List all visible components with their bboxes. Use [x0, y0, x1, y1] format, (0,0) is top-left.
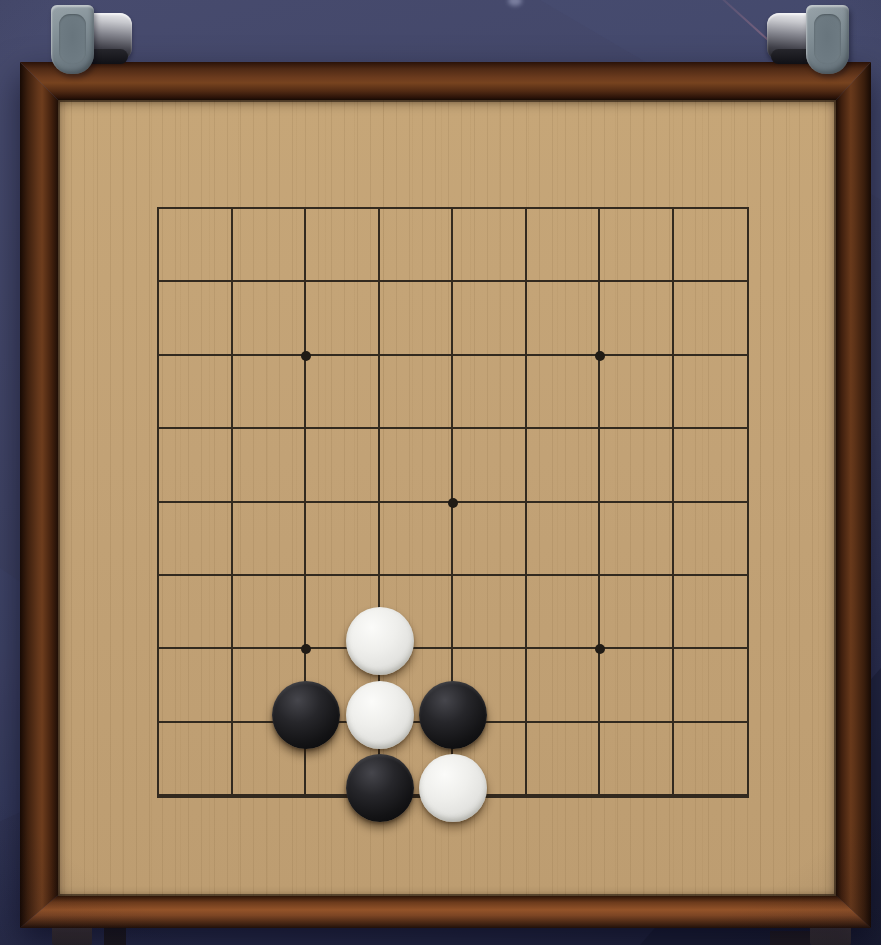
- grid-cell: [453, 209, 527, 282]
- clamp-plate-inset: [59, 14, 86, 64]
- grid-cell: [233, 209, 307, 282]
- grid-cell: [527, 576, 601, 649]
- frame-left: [20, 62, 58, 928]
- grid-cell: [159, 282, 233, 355]
- grid-cell: [306, 282, 380, 355]
- grid-cell: [674, 576, 748, 649]
- table-leg-shadow-left: [104, 928, 126, 945]
- grid-cell: [306, 429, 380, 502]
- grid-cell: [233, 503, 307, 576]
- grid-cell: [600, 723, 674, 796]
- grid-cell: [159, 723, 233, 796]
- grid-cell: [380, 356, 454, 429]
- grid-cell: [674, 723, 748, 796]
- grid-cell: [674, 282, 748, 355]
- goban-grid[interactable]: [157, 207, 749, 798]
- grid-cell: [453, 503, 527, 576]
- grid-cell: [600, 356, 674, 429]
- grid-cell: [674, 503, 748, 576]
- grid-cell: [674, 356, 748, 429]
- grid-cell: [380, 503, 454, 576]
- grid-cell: [453, 282, 527, 355]
- grid-cell: [306, 503, 380, 576]
- grid-cell: [600, 649, 674, 722]
- grid-cell: [380, 429, 454, 502]
- stone-white-E1[interactable]: [419, 754, 487, 822]
- grid-cell: [527, 209, 601, 282]
- clamp-lip: [771, 49, 809, 64]
- grid-cell: [159, 503, 233, 576]
- grid-cell: [159, 356, 233, 429]
- clamp-lip: [90, 49, 128, 64]
- grid-cell: [600, 282, 674, 355]
- grid-cell: [233, 282, 307, 355]
- grid-cell: [527, 356, 601, 429]
- frame-right: [836, 62, 871, 928]
- frame-bottom: [20, 895, 871, 928]
- grid-cell: [527, 282, 601, 355]
- stone-black-E2[interactable]: [419, 681, 487, 749]
- grid-cell: [159, 576, 233, 649]
- star-point: [301, 351, 311, 361]
- grid-cell: [233, 576, 307, 649]
- grid-cell: [600, 576, 674, 649]
- stone-white-D3[interactable]: [346, 607, 414, 675]
- grid-cell: [380, 282, 454, 355]
- grid-cell: [453, 576, 527, 649]
- star-point: [595, 351, 605, 361]
- grid-cell: [453, 356, 527, 429]
- grid-cell: [306, 356, 380, 429]
- grid-cell: [674, 209, 748, 282]
- clamp-plate: [806, 5, 849, 74]
- grid-cell: [233, 429, 307, 502]
- stone-black-C2[interactable]: [272, 681, 340, 749]
- frame-top: [20, 62, 871, 100]
- grid-cell: [527, 503, 601, 576]
- clamp-plate: [51, 5, 94, 74]
- clamp-top-right: [763, 2, 855, 78]
- grid-cell: [527, 723, 601, 796]
- grid-cell: [380, 209, 454, 282]
- star-point: [595, 644, 605, 654]
- clamp-top-left: [44, 2, 136, 78]
- stone-black-D1[interactable]: [346, 754, 414, 822]
- grid-cell: [527, 429, 601, 502]
- star-point: [301, 644, 311, 654]
- grid-cell: [159, 209, 233, 282]
- grid-cell: [600, 209, 674, 282]
- star-point: [448, 498, 458, 508]
- grid-cell: [159, 429, 233, 502]
- stone-white-D2[interactable]: [346, 681, 414, 749]
- grid-cell: [453, 429, 527, 502]
- table-scene: [0, 0, 881, 945]
- grid-cell: [306, 209, 380, 282]
- grid-cell: [527, 649, 601, 722]
- grid-cell: [600, 429, 674, 502]
- table-leg-shadow-right: [770, 931, 810, 945]
- grid-cell: [674, 649, 748, 722]
- grid-cell: [159, 649, 233, 722]
- grid-cell: [600, 503, 674, 576]
- grid-cell: [233, 356, 307, 429]
- background-glow-dot: [508, 0, 522, 6]
- grid-cell: [674, 429, 748, 502]
- clamp-plate-inset: [814, 14, 841, 64]
